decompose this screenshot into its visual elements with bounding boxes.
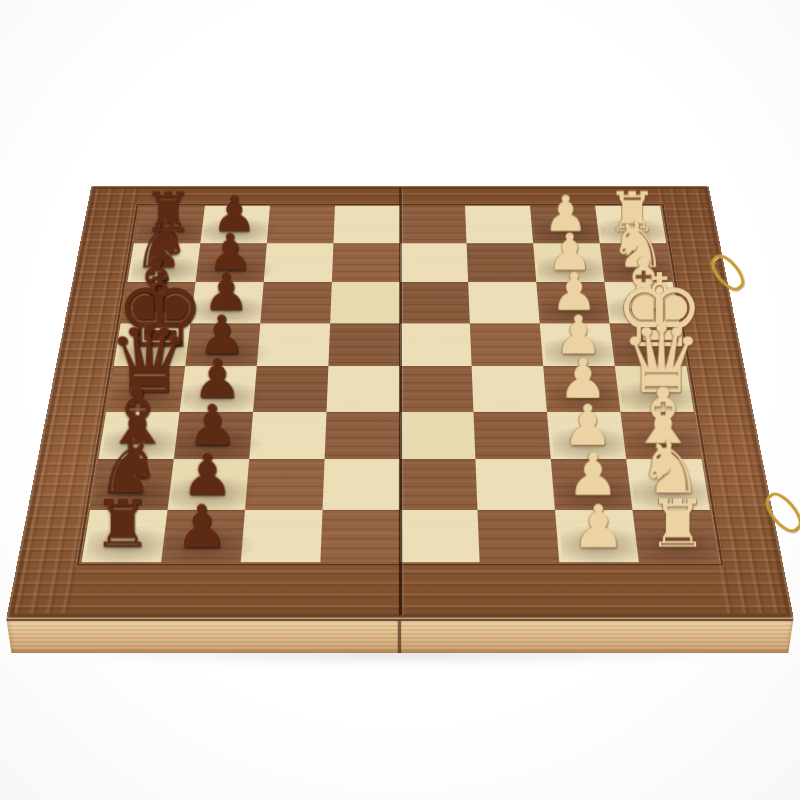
- square-g2: [533, 243, 604, 282]
- square-g3: [467, 243, 537, 282]
- piece-white-pawn-a2: ♟: [555, 509, 639, 562]
- square-e6: [257, 323, 330, 366]
- square-g1: [600, 243, 673, 282]
- black-rook-glyph: ♜: [83, 492, 162, 555]
- square-f6: [260, 282, 332, 323]
- square-h6: [267, 206, 335, 243]
- square-e3: [470, 323, 543, 366]
- square-e5: [328, 323, 400, 366]
- chess-box-top: ♜♟♟♜♞♟♟♞♝♟♟♝♚♟♟♚♛♟♟♛♝♟♟♝♞♟♟♞♜♟♟♜: [6, 186, 793, 618]
- square-f7: [190, 282, 263, 323]
- square-h8: [134, 206, 205, 243]
- square-g4: [400, 243, 468, 282]
- square-f4: [400, 282, 470, 323]
- square-h1: [595, 206, 666, 243]
- piece-black-pawn-a7: ♟: [161, 509, 245, 562]
- piece-white-rook-a1: ♜: [632, 509, 718, 562]
- square-h3: [465, 206, 533, 243]
- square-g7: [196, 243, 267, 282]
- white-rook-glyph: ♜: [638, 492, 717, 555]
- piece-black-rook-a8: ♜: [81, 509, 167, 562]
- white-pawn-glyph: ♟: [559, 499, 638, 556]
- square-g5: [332, 243, 400, 282]
- square-h2: [530, 206, 600, 243]
- square-e4: [400, 323, 472, 366]
- square-f5: [330, 282, 400, 323]
- box-front-panel: [6, 618, 793, 653]
- product-photo-canvas: ♜♟♟♜♞♟♟♞♝♟♟♝♚♟♟♚♛♟♟♛♝♟♟♝♞♟♟♞♜♟♟♜: [0, 0, 800, 800]
- square-f3: [468, 282, 540, 323]
- square-h7: [200, 206, 270, 243]
- square-g8: [127, 243, 200, 282]
- black-pawn-glyph: ♟: [162, 499, 241, 556]
- square-h4: [400, 206, 467, 243]
- square-f2: [536, 282, 609, 323]
- square-h5: [333, 206, 400, 243]
- square-g6: [264, 243, 334, 282]
- front-fold-seam: [398, 621, 401, 653]
